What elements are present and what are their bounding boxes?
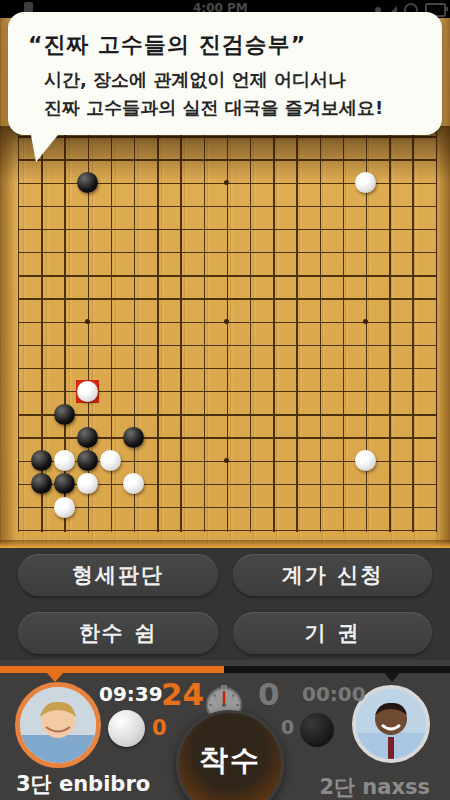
right-player-clock: 00:00 <box>302 682 366 706</box>
left-player-avatar <box>15 682 101 768</box>
board-bottom-edge <box>0 540 450 548</box>
active-player-notch <box>47 673 63 682</box>
promo-bubble-tail <box>30 130 62 162</box>
white-stone <box>354 449 377 472</box>
time-progress-track <box>0 666 450 673</box>
white-stone-chip <box>108 710 145 747</box>
left-player-name: 3단 enbibro <box>16 770 150 798</box>
opponent-notch <box>384 673 400 682</box>
right-player-count: 0 <box>258 676 280 712</box>
place-stone-label: 착수 <box>199 741 261 781</box>
promo-title: “진짜 고수들의 진검승부” <box>28 30 306 60</box>
left-capture-count: 0 <box>152 716 167 740</box>
star-point <box>215 449 238 472</box>
black-stone <box>122 426 145 449</box>
white-stone <box>122 472 145 495</box>
left-player-count: 24 <box>161 676 204 712</box>
white-stone <box>76 380 99 403</box>
pass-button[interactable]: 한수 쉼 <box>18 612 218 654</box>
time-progress-fill <box>0 666 224 673</box>
black-stone <box>76 426 99 449</box>
star-point <box>76 310 99 333</box>
player-hud: 09:39 24 0 0 00:00 0 착수 <box>0 660 450 800</box>
promo-line1: 시간, 장소에 관계없이 언제 어디서나 <box>44 68 346 92</box>
action-button-panel: 형세판단 계가 신청 한수 쉼 기 권 <box>0 548 450 660</box>
black-stone <box>53 403 76 426</box>
white-stone <box>53 496 76 519</box>
app-screen: 4:00 PM “진짜 고수들의 진검승부” 시간, 장소에 관계없이 언제 어… <box>0 0 450 800</box>
promo-line2: 진짜 고수들과의 실전 대국을 즐겨보세요! <box>44 96 383 120</box>
white-stone <box>99 449 122 472</box>
request-count-button[interactable]: 계가 신청 <box>233 554 432 596</box>
black-stone <box>30 472 53 495</box>
star-point <box>215 310 238 333</box>
estimate-score-button[interactable]: 형세판단 <box>18 554 218 596</box>
black-stone <box>53 472 76 495</box>
black-stone <box>30 449 53 472</box>
left-player-clock: 09:39 <box>99 682 163 706</box>
black-stone-chip <box>300 713 334 747</box>
place-stone-button[interactable]: 착수 <box>176 710 284 800</box>
right-capture-count: 0 <box>281 716 294 738</box>
promo-bubble: “진짜 고수들의 진검승부” 시간, 장소에 관계없이 언제 어디서나 진짜 고… <box>8 12 442 135</box>
black-stone <box>76 449 99 472</box>
right-player-name: 2단 naxss <box>319 773 430 800</box>
star-point <box>354 310 377 333</box>
white-stone <box>76 472 99 495</box>
resign-button[interactable]: 기 권 <box>233 612 432 654</box>
white-stone <box>53 449 76 472</box>
